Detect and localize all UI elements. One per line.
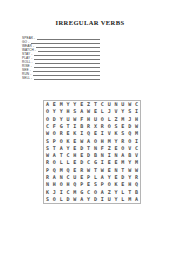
word-row-speak: SPEAK - [22,36,100,40]
grid-cell-r7c9: F [99,145,106,152]
grid-cell-r11c6: E [78,174,85,181]
grid-cell-r2c5: S [71,108,78,115]
grid-cell-r8c4: C [65,152,72,159]
answer-blank-line [37,39,100,40]
grid-cell-r7c13: V [126,145,133,152]
grid-cell-r3c3: Y [58,116,65,123]
answer-blank-line [38,51,100,52]
grid-cell-r7c2: T [51,145,58,152]
grid-cell-r3c9: O [99,116,106,123]
grid-cell-r10c12: T [119,167,126,174]
grid-cell-r6c7: A [85,137,92,144]
grid-cell-r6c12: R [119,137,126,144]
grid-cell-r9c2: O [51,159,58,166]
grid-cell-r4c14: W [133,123,140,130]
grid-cell-r13c8: O [92,188,99,195]
grid-cell-r8c14: V [133,152,140,159]
word-row-see: SEE - [22,68,100,72]
word-row-stay: STAY - [22,52,100,56]
grid-cell-r13c4: C [65,188,72,195]
grid-cell-r2c10: J [106,108,113,115]
grid-cell-r11c1: R [44,174,51,181]
grid-cell-r13c1: K [44,188,51,195]
grid-cell-r1c11: N [113,101,120,108]
grid-cell-r9c14: M [133,159,140,166]
grid-cell-r14c5: W [71,196,78,203]
grid-cell-r2c9: L [99,108,106,115]
grid-cell-r7c12: O [119,145,126,152]
answer-blank-line [33,71,100,72]
grid-cell-r7c1: S [44,145,51,152]
grid-cell-r2c6: A [78,108,85,115]
grid-cell-r8c11: N [113,152,120,159]
grid-cell-r9c4: L [65,159,72,166]
grid-cell-r11c8: L [92,174,99,181]
grid-cell-r13c5: M [71,188,78,195]
grid-cell-r12c14: Q [133,181,140,188]
grid-cell-r1c8: T [92,101,99,108]
grid-cell-r11c4: C [65,174,72,181]
grid-cell-r3c13: J [126,116,133,123]
grid-cell-r13c10: Z [106,188,113,195]
answer-blank-line [33,75,100,76]
grid-cell-r11c3: N [58,174,65,181]
grid-cell-r3c5: W [71,116,78,123]
grid-cell-r1c4: Y [65,101,72,108]
grid-cell-r8c12: A [119,152,126,159]
grid-cell-r9c12: M [119,159,126,166]
grid-cell-r5c7: Q [85,130,92,137]
grid-cell-r11c11: E [113,174,120,181]
grid-cell-r11c2: A [51,174,58,181]
grid-cell-r9c6: D [78,159,85,166]
grid-cell-r4c1: C [44,123,51,130]
grid-cell-r4c13: D [126,123,133,130]
grid-cell-r12c4: H [65,181,72,188]
answer-blank-line [36,47,100,48]
grid-cell-r4c12: E [119,123,126,130]
grid-cell-r6c4: K [65,137,72,144]
grid-cell-r3c8: U [92,116,99,123]
grid-cell-r4c7: R [85,123,92,130]
word-label: SELL - [22,77,32,80]
grid-cell-r9c13: Y [126,159,133,166]
grid-cell-r10c3: M [58,167,65,174]
grid-cell-r12c7: E [85,181,92,188]
grid-cell-r11c14: R [133,174,140,181]
grid-cell-r11c7: P [85,174,92,181]
grid-cell-r14c8: D [92,196,99,203]
grid-cell-r14c2: O [51,196,58,203]
grid-cell-r10c5: E [71,167,78,174]
grid-cell-r5c13: Q [126,130,133,137]
grid-cell-r7c14: C [133,145,140,152]
grid-cell-r10c11: N [113,167,120,174]
grid-cell-r9c8: G [92,159,99,166]
grid-cell-r2c8: E [92,108,99,115]
grid-cell-r7c6: D [78,145,85,152]
grid-cell-r14c9: I [99,196,106,203]
word-row-rise: RISE - [22,64,100,68]
grid-cell-r12c8: S [92,181,99,188]
answer-blank-line [35,63,100,64]
word-row-watch: WATCH - [22,48,100,52]
grid-cell-r7c11: E [113,145,120,152]
grid-cell-r4c6: B [78,123,85,130]
grid-cell-r14c1: S [44,196,51,203]
grid-cell-r13c6: G [78,188,85,195]
grid-cell-r8c6: E [78,152,85,159]
verb-word-list: SPEAK -GO -WEAR -WATCH -STAY -PLAY -ROLL… [22,36,100,80]
grid-cell-r6c2: P [51,137,58,144]
answer-blank-line [34,67,100,68]
grid-cell-r9c3: L [58,159,65,166]
grid-cell-r5c5: K [71,130,78,137]
grid-cell-r12c12: E [119,181,126,188]
grid-cell-r3c2: D [51,116,58,123]
grid-cell-r1c14: C [133,101,140,108]
grid-cell-r10c4: Q [65,167,72,174]
grid-cell-r10c14: W [133,167,140,174]
grid-cell-r5c14: M [133,130,140,137]
grid-cell-r11c13: Y [126,174,133,181]
word-row-run: RUN - [22,72,100,76]
grid-cell-r10c10: E [106,167,113,174]
grid-cell-r13c14: B [133,188,140,195]
grid-cell-r6c14: I [133,137,140,144]
grid-cell-r10c8: T [92,167,99,174]
answer-blank-line [34,55,100,56]
grid-cell-r3c4: U [65,116,72,123]
grid-cell-r11c10: Y [106,174,113,181]
grid-cell-r1c7: Z [85,101,92,108]
grid-cell-r12c9: P [99,181,106,188]
grid-cell-r1c6: E [78,101,85,108]
grid-cell-r8c3: T [58,152,65,159]
grid-cell-r13c11: Y [113,188,120,195]
grid-cell-r1c12: U [119,101,126,108]
grid-cell-r2c7: W [85,108,92,115]
grid-cell-r7c3: A [58,145,65,152]
grid-cell-r10c1: P [44,167,51,174]
grid-cell-r1c1: A [44,101,51,108]
grid-cell-r6c5: E [71,137,78,144]
grid-cell-r14c3: L [58,196,65,203]
grid-cell-r6c10: M [106,137,113,144]
grid-cell-r8c2: A [51,152,58,159]
grid-cell-r8c5: H [71,152,78,159]
grid-cell-r13c2: J [51,188,58,195]
grid-cell-r13c13: T [126,188,133,195]
grid-cell-r1c3: M [58,101,65,108]
grid-cell-r4c8: X [92,123,99,130]
grid-cell-r14c13: M [126,196,133,203]
grid-cell-r14c10: U [106,196,113,203]
word-row-play: PLAY - [22,56,100,60]
grid-cell-r8c10: I [106,152,113,159]
grid-cell-r2c4: H [65,108,72,115]
grid-cell-r3c11: Z [113,116,120,123]
grid-cell-r14c11: Y [113,196,120,203]
grid-cell-r14c4: D [65,196,72,203]
grid-cell-r8c8: B [92,152,99,159]
grid-cell-r6c8: O [92,137,99,144]
grid-cell-r2c14: I [133,108,140,115]
grid-cell-r13c12: L [119,188,126,195]
grid-cell-r6c11: Y [113,137,120,144]
grid-cell-r1c10: U [106,101,113,108]
grid-cell-r10c13: W [126,167,133,174]
grid-cell-r5c1: W [44,130,51,137]
grid-cell-r5c4: E [65,130,72,137]
word-row-sell: SELL - [22,76,100,80]
grid-cell-r1c13: W [126,101,133,108]
grid-cell-r5c11: K [113,130,120,137]
grid-cell-r2c12: Y [119,108,126,115]
grid-cell-r2c3: Y [58,108,65,115]
grid-cell-r3c7: H [85,116,92,123]
wordsearch-board: AEMYYEZTCUNUWCOYYHSAWELJVYSIODYUWFHUOLZM… [43,100,141,204]
answer-blank-line [34,59,100,60]
grid-cell-r5c12: S [119,130,126,137]
grid-cell-r13c3: I [58,188,65,195]
grid-cell-r8c9: N [99,152,106,159]
grid-cell-r9c5: E [71,159,78,166]
grid-cell-r10c2: Q [51,167,58,174]
grid-cell-r14c14: A [133,196,140,203]
grid-cell-r5c6: I [78,130,85,137]
grid-cell-r12c1: N [44,181,51,188]
grid-cell-r12c6: P [78,181,85,188]
grid-cell-r9c1: R [44,159,51,166]
grid-cell-r2c11: V [113,108,120,115]
grid-cell-r3c14: H [133,116,140,123]
grid-cell-r7c10: Z [106,145,113,152]
grid-cell-r7c8: N [92,145,99,152]
grid-cell-r2c2: Y [51,108,58,115]
grid-cell-r5c2: O [51,130,58,137]
grid-cell-r5c9: I [99,130,106,137]
grid-cell-r1c9: C [99,101,106,108]
grid-cell-r9c9: I [99,159,106,166]
grid-cell-r5c3: R [58,130,65,137]
grid-cell-r6c1: S [44,137,51,144]
grid-cell-r7c7: T [85,145,92,152]
grid-cell-r14c6: A [78,196,85,203]
grid-cell-r11c12: D [119,174,126,181]
grid-cell-r13c9: A [99,188,106,195]
worksheet-page: IRREGULAR VERBS SPEAK -GO -WEAR -WATCH -… [0,0,180,255]
grid-cell-r2c1: O [44,108,51,115]
grid-cell-r6c6: W [78,137,85,144]
grid-cell-r4c4: T [65,123,72,130]
grid-cell-r1c5: Y [71,101,78,108]
wordsearch-grid: AEMYYEZTCUNUWCOYYHSAWELJVYSIODYUWFHUOLZM… [44,101,140,203]
grid-cell-r1c2: E [51,101,58,108]
grid-cell-r11c5: U [71,174,78,181]
grid-cell-r4c10: O [106,123,113,130]
grid-cell-r10c7: W [85,167,92,174]
grid-cell-r8c13: B [126,152,133,159]
grid-cell-r4c11: S [113,123,120,130]
grid-cell-r12c10: O [106,181,113,188]
grid-cell-r12c11: K [113,181,120,188]
grid-cell-r11c9: A [99,174,106,181]
grid-cell-r2c13: S [126,108,133,115]
grid-cell-r3c10: L [106,116,113,123]
grid-cell-r9c7: C [85,159,92,166]
answer-blank-line [34,79,100,80]
grid-cell-r14c12: L [119,196,126,203]
grid-cell-r8c7: D [85,152,92,159]
grid-cell-r5c10: V [106,130,113,137]
grid-cell-r10c6: R [78,167,85,174]
grid-cell-r13c7: C [85,188,92,195]
grid-cell-r12c3: O [58,181,65,188]
answer-blank-line [31,43,100,44]
grid-cell-r4c9: R [99,123,106,130]
grid-cell-r12c2: H [51,181,58,188]
grid-cell-r12c13: H [126,181,133,188]
grid-cell-r14c7: Y [85,196,92,203]
grid-cell-r4c3: G [58,123,65,130]
grid-cell-r9c11: E [113,159,120,166]
grid-cell-r3c6: F [78,116,85,123]
grid-cell-r4c5: I [71,123,78,130]
grid-cell-r8c1: W [44,152,51,159]
grid-cell-r6c3: O [58,137,65,144]
grid-cell-r10c9: W [99,167,106,174]
grid-cell-r6c9: H [99,137,106,144]
page-title: IRREGULAR VERBS [0,19,180,26]
grid-cell-r9c10: E [106,159,113,166]
grid-cell-r3c12: M [119,116,126,123]
grid-cell-r4c2: F [51,123,58,130]
grid-cell-r7c4: Y [65,145,72,152]
grid-cell-r7c5: E [71,145,78,152]
grid-cell-r12c5: Q [71,181,78,188]
grid-cell-r3c1: O [44,116,51,123]
grid-cell-r5c8: E [92,130,99,137]
grid-cell-r6c13: O [126,137,133,144]
